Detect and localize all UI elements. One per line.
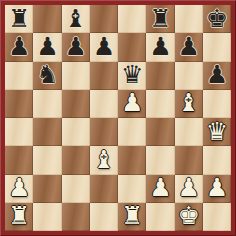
square-c6[interactable]	[62, 62, 90, 90]
square-g7[interactable]: ♟	[175, 33, 203, 61]
square-b8[interactable]	[33, 5, 61, 33]
square-d1[interactable]	[90, 203, 118, 231]
square-b6[interactable]: ♞	[33, 62, 61, 90]
square-g1[interactable]: ♚	[175, 203, 203, 231]
square-e4[interactable]	[118, 118, 146, 146]
black-rook-piece[interactable]: ♜	[149, 6, 171, 31]
square-g3[interactable]	[175, 146, 203, 174]
square-g4[interactable]	[175, 118, 203, 146]
black-pawn-piece[interactable]: ♟	[36, 34, 58, 59]
black-king-piece[interactable]: ♚	[206, 6, 228, 31]
square-c7[interactable]: ♟	[62, 33, 90, 61]
square-f6[interactable]	[146, 62, 174, 90]
square-h7[interactable]	[203, 33, 231, 61]
square-d6[interactable]	[90, 62, 118, 90]
square-d8[interactable]	[90, 5, 118, 33]
square-a2[interactable]: ♟	[5, 175, 33, 203]
white-pawn-piece[interactable]: ♟	[177, 175, 199, 200]
square-c2[interactable]	[62, 175, 90, 203]
black-pawn-piece[interactable]: ♟	[93, 34, 115, 59]
black-pawn-piece[interactable]: ♟	[64, 34, 86, 59]
black-pawn-piece[interactable]: ♟	[149, 34, 171, 59]
square-d5[interactable]	[90, 90, 118, 118]
square-h4[interactable]: ♛	[203, 118, 231, 146]
black-pawn-piece[interactable]: ♟	[206, 62, 228, 87]
square-f3[interactable]	[146, 146, 174, 174]
square-f5[interactable]	[146, 90, 174, 118]
square-a5[interactable]	[5, 90, 33, 118]
black-pawn-piece[interactable]: ♟	[177, 34, 199, 59]
square-g5[interactable]: ♝	[175, 90, 203, 118]
square-h2[interactable]: ♟	[203, 175, 231, 203]
black-pawn-piece[interactable]: ♟	[8, 34, 30, 59]
square-f1[interactable]	[146, 203, 174, 231]
square-c5[interactable]	[62, 90, 90, 118]
chess-board-frame: ♜♝♜♚♟♟♟♟♟♟♞♛♟♟♝♛♝♟♟♟♟♜♜♚	[0, 0, 236, 236]
square-c8[interactable]: ♝	[62, 5, 90, 33]
square-f2[interactable]: ♟	[146, 175, 174, 203]
black-queen-piece[interactable]: ♛	[121, 62, 143, 87]
square-b1[interactable]	[33, 203, 61, 231]
black-bishop-piece[interactable]: ♝	[64, 6, 86, 31]
square-a4[interactable]	[5, 118, 33, 146]
square-a3[interactable]	[5, 146, 33, 174]
square-b4[interactable]	[33, 118, 61, 146]
white-pawn-piece[interactable]: ♟	[206, 175, 228, 200]
square-d2[interactable]	[90, 175, 118, 203]
square-e3[interactable]	[118, 146, 146, 174]
square-e6[interactable]: ♛	[118, 62, 146, 90]
white-queen-piece[interactable]: ♛	[206, 119, 228, 144]
square-e5[interactable]: ♟	[118, 90, 146, 118]
square-d4[interactable]	[90, 118, 118, 146]
square-b5[interactable]	[33, 90, 61, 118]
square-g8[interactable]	[175, 5, 203, 33]
white-king-piece[interactable]: ♚	[177, 203, 199, 228]
square-b7[interactable]: ♟	[33, 33, 61, 61]
square-e8[interactable]	[118, 5, 146, 33]
square-d3[interactable]: ♝	[90, 146, 118, 174]
white-rook-piece[interactable]: ♜	[8, 203, 30, 228]
square-h5[interactable]	[203, 90, 231, 118]
square-e1[interactable]: ♜	[118, 203, 146, 231]
square-e7[interactable]	[118, 33, 146, 61]
white-pawn-piece[interactable]: ♟	[149, 175, 171, 200]
square-f8[interactable]: ♜	[146, 5, 174, 33]
square-c4[interactable]	[62, 118, 90, 146]
square-f7[interactable]: ♟	[146, 33, 174, 61]
white-rook-piece[interactable]: ♜	[121, 203, 143, 228]
square-g2[interactable]: ♟	[175, 175, 203, 203]
square-c3[interactable]	[62, 146, 90, 174]
square-h6[interactable]: ♟	[203, 62, 231, 90]
square-h1[interactable]	[203, 203, 231, 231]
black-rook-piece[interactable]: ♜	[8, 6, 30, 31]
square-h8[interactable]: ♚	[203, 5, 231, 33]
black-knight-piece[interactable]: ♞	[36, 62, 58, 87]
square-b3[interactable]	[33, 146, 61, 174]
white-pawn-piece[interactable]: ♟	[8, 175, 30, 200]
white-pawn-piece[interactable]: ♟	[121, 90, 143, 115]
square-d7[interactable]: ♟	[90, 33, 118, 61]
square-g6[interactable]	[175, 62, 203, 90]
chess-board: ♜♝♜♚♟♟♟♟♟♟♞♛♟♟♝♛♝♟♟♟♟♜♜♚	[5, 5, 231, 231]
square-b2[interactable]	[33, 175, 61, 203]
square-c1[interactable]	[62, 203, 90, 231]
square-f4[interactable]	[146, 118, 174, 146]
square-a6[interactable]	[5, 62, 33, 90]
square-a1[interactable]: ♜	[5, 203, 33, 231]
square-a7[interactable]: ♟	[5, 33, 33, 61]
white-bishop-piece[interactable]: ♝	[93, 147, 115, 172]
square-e2[interactable]	[118, 175, 146, 203]
square-a8[interactable]: ♜	[5, 5, 33, 33]
white-bishop-piece[interactable]: ♝	[177, 90, 199, 115]
square-h3[interactable]	[203, 146, 231, 174]
